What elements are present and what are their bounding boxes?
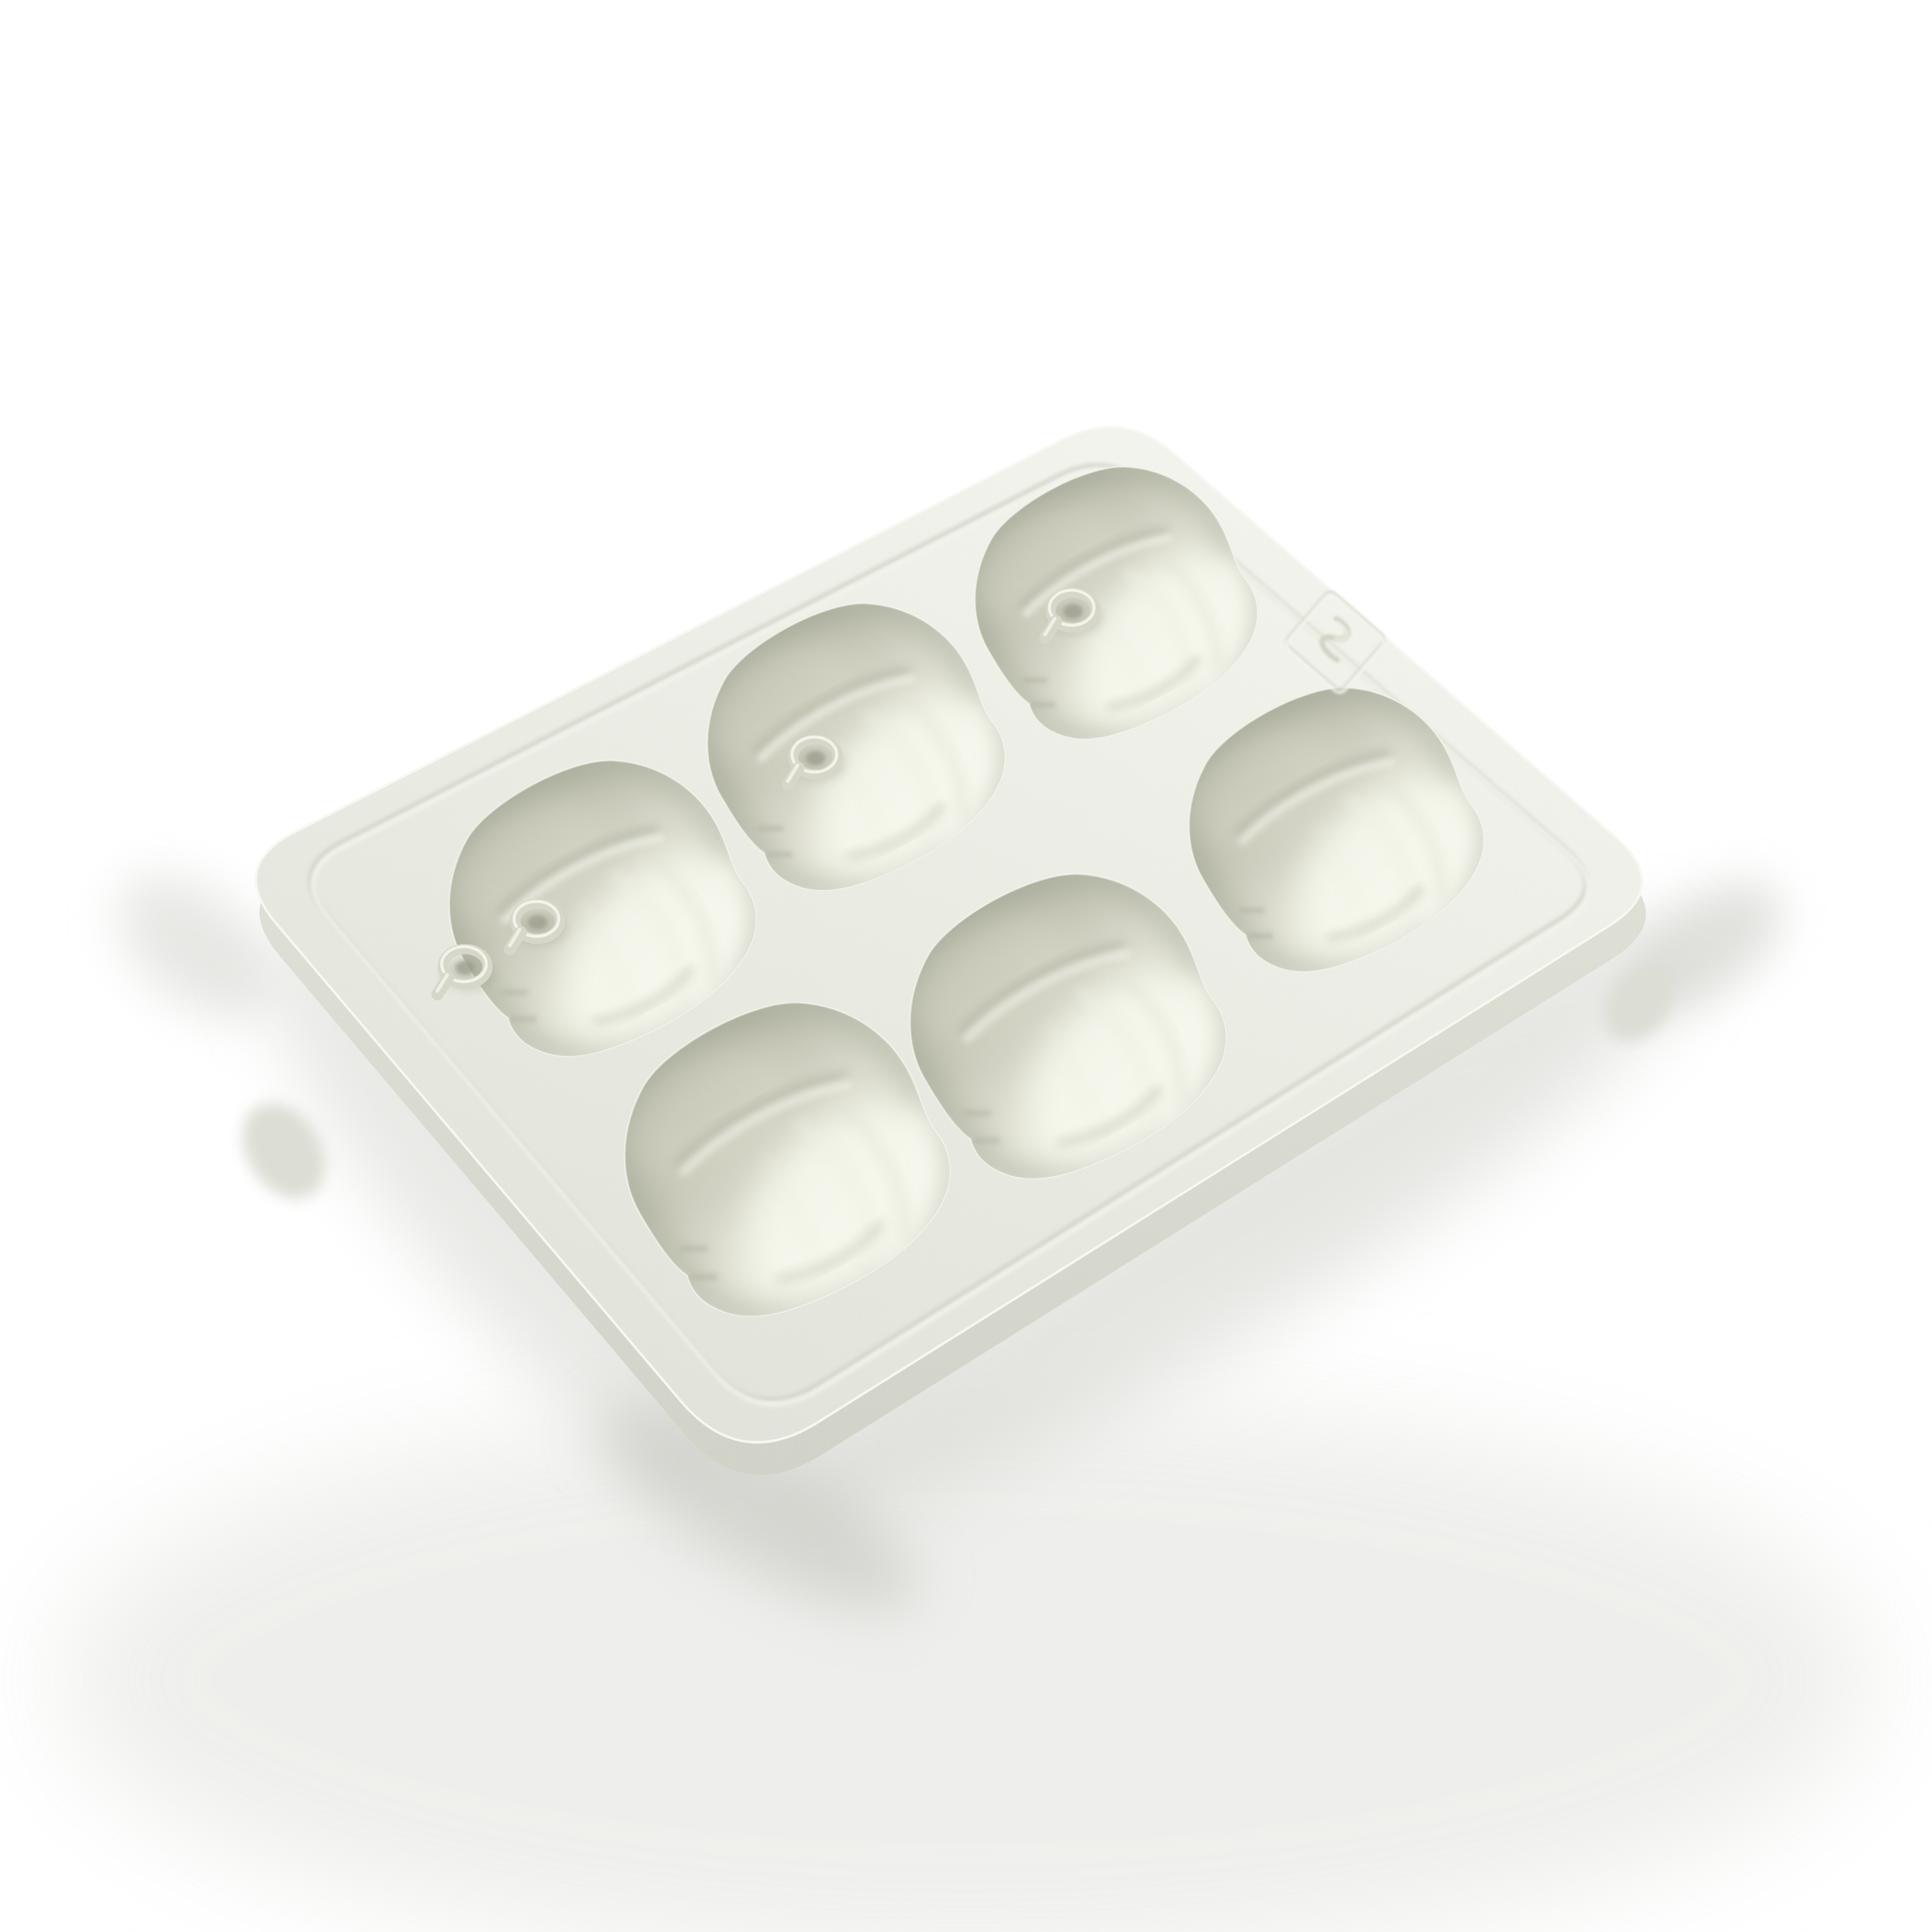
ice-cube-tray-photo [0, 0, 1932, 1932]
product-photo [0, 0, 1932, 1932]
